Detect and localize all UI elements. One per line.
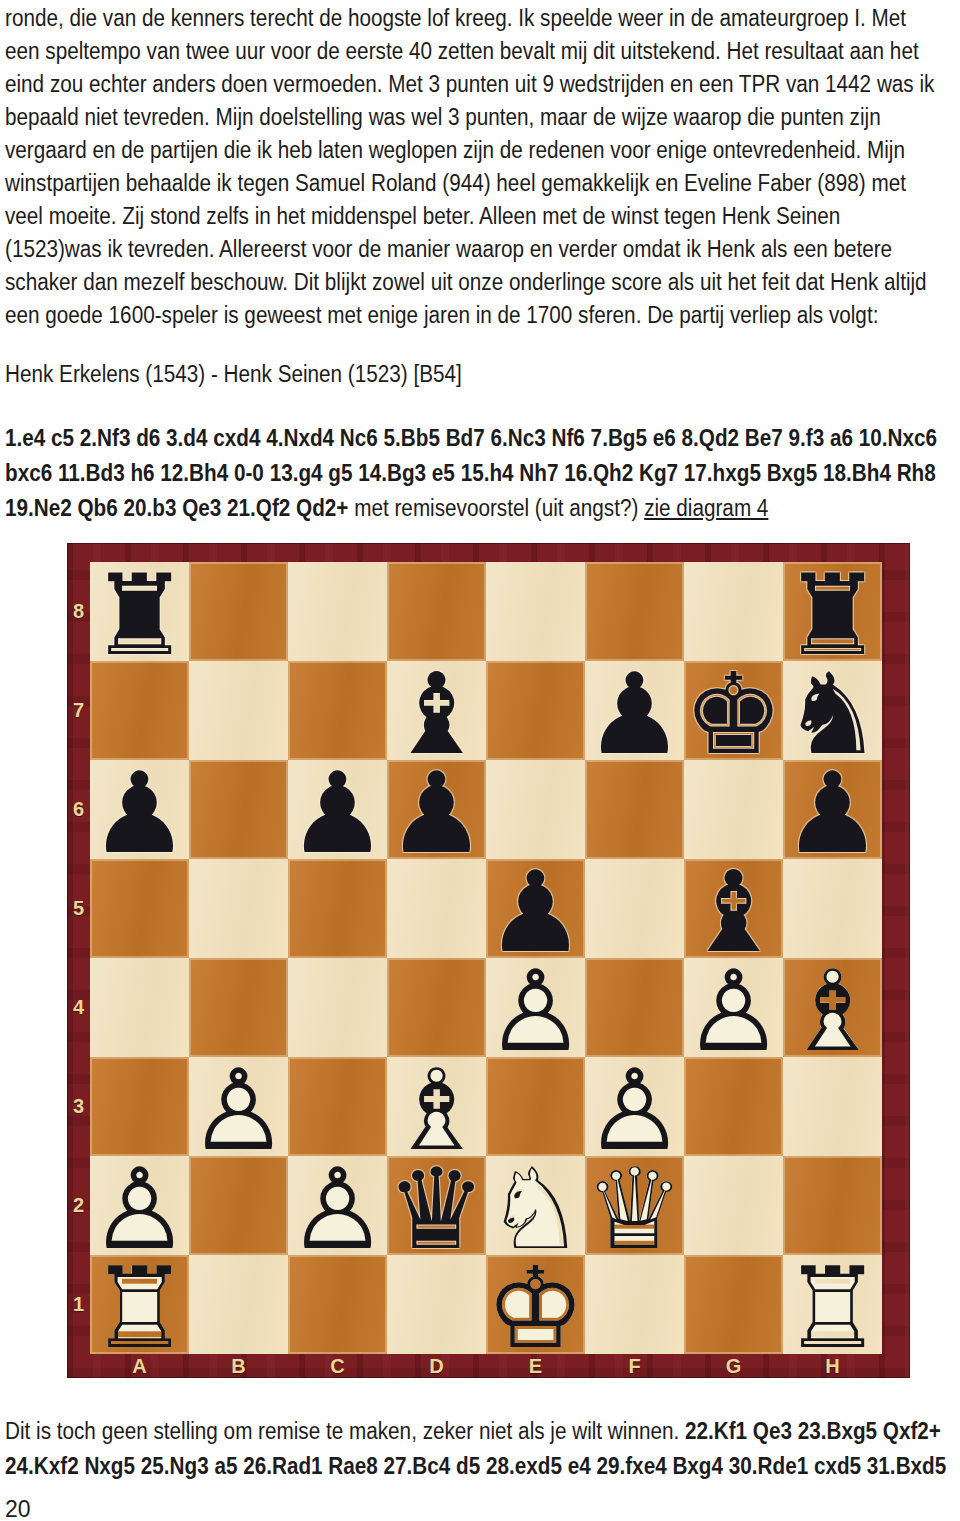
black-piece-glyph: ♜ <box>90 565 189 664</box>
move-text: bxc6 11.Bd3 h6 12.Bh4 0-0 13.g4 g5 14.Bg… <box>5 460 936 486</box>
square-c8 <box>288 562 387 661</box>
piece-black-bishop: ♝ <box>684 859 783 958</box>
square-g4: ♟♙ <box>684 958 783 1057</box>
square-a2: ♟♙ <box>90 1156 189 1255</box>
text-line: veel moeite. Zij stond zelfs in het midd… <box>5 200 860 233</box>
file-label-a: A <box>90 1354 189 1378</box>
piece-black-rook: ♜ <box>90 562 189 661</box>
square-d5 <box>387 859 486 958</box>
square-c5 <box>288 859 387 958</box>
white-piece-outline: ♖ <box>783 1258 882 1357</box>
square-d4 <box>387 958 486 1057</box>
square-h7: ♞ <box>783 661 882 760</box>
square-b5 <box>189 859 288 958</box>
body-text: bepaald niet tevreden. Mijn doelstelling… <box>5 104 881 130</box>
square-d1 <box>387 1255 486 1354</box>
piece-black-pawn: ♟ <box>288 760 387 859</box>
black-piece-glyph: ♚ <box>684 664 783 763</box>
piece-black-king: ♚ <box>684 661 783 760</box>
file-label-f: F <box>585 1354 684 1378</box>
square-e4: ♟♙ <box>486 958 585 1057</box>
file-label-h: H <box>783 1354 882 1378</box>
square-h6: ♟ <box>783 760 882 859</box>
rank-label-6: 6 <box>67 760 90 859</box>
move-text: 24.Kxf2 Nxg5 25.Ng3 a5 26.Rad1 Rae8 27.B… <box>5 1453 946 1479</box>
text-line: (1523)was ik tevreden. Allereerst voor d… <box>5 233 860 266</box>
square-a5 <box>90 859 189 958</box>
body-text: ronde, die van de kenners terecht de hoo… <box>5 5 906 31</box>
square-b8 <box>189 562 288 661</box>
piece-white-knight: ♞♘ <box>486 1156 585 1255</box>
square-f8 <box>585 562 684 661</box>
square-a7 <box>90 661 189 760</box>
body-text: vergaard en de partijen die ik heb laten… <box>5 137 905 163</box>
text-line: schaker dan mezelf beschouw. Dit blijkt … <box>5 266 860 299</box>
rank-label-3: 3 <box>67 1057 90 1156</box>
piece-white-bishop: ♝♗ <box>387 1057 486 1156</box>
rank-label-7: 7 <box>67 661 90 760</box>
piece-white-pawn: ♟♙ <box>189 1057 288 1156</box>
white-piece-outline: ♙ <box>684 961 783 1060</box>
text-line: 24.Kxf2 Nxg5 25.Ng3 a5 26.Rad1 Rae8 27.B… <box>5 1449 860 1484</box>
piece-white-pawn: ♟♙ <box>486 958 585 1057</box>
white-piece-outline: ♙ <box>189 1060 288 1159</box>
page-number: 20 <box>5 1498 955 1521</box>
black-piece-glyph: ♟ <box>90 763 189 862</box>
square-f4 <box>585 958 684 1057</box>
body-text: met remisevoorstel (uit angst?) <box>354 495 644 521</box>
piece-black-queen: ♛ <box>387 1156 486 1255</box>
text-line: een goede 1600-speler is geweest met eni… <box>5 299 860 332</box>
body-text: een goede 1600-speler is geweest met eni… <box>5 302 878 328</box>
black-piece-glyph: ♛ <box>387 1159 486 1258</box>
file-label-d: D <box>387 1354 486 1378</box>
square-h5 <box>783 859 882 958</box>
board-grid: ♜♜♝♟♚♞♟♟♟♟♟♝♟♙♟♙♝♗♟♙♝♗♟♙♟♙♟♙♛♞♘♛♕♜♖♚♔♜♖ <box>90 562 882 1354</box>
square-e7 <box>486 661 585 760</box>
closing-paragraph: Dit is toch geen stelling om remise te m… <box>5 1414 955 1484</box>
square-b2 <box>189 1156 288 1255</box>
piece-black-knight: ♞ <box>783 661 882 760</box>
square-d3: ♝♗ <box>387 1057 486 1156</box>
square-f6 <box>585 760 684 859</box>
square-a4 <box>90 958 189 1057</box>
square-b4 <box>189 958 288 1057</box>
black-piece-glyph: ♟ <box>585 664 684 763</box>
document-page: ronde, die van de kenners terecht de hoo… <box>5 2 955 1521</box>
piece-black-pawn: ♟ <box>585 661 684 760</box>
text-line: 1.e4 c5 2.Nf3 d6 3.d4 cxd4 4.Nxd4 Nc6 5.… <box>5 421 860 456</box>
square-c6: ♟ <box>288 760 387 859</box>
square-g1 <box>684 1255 783 1354</box>
move-text: 1.e4 c5 2.Nf3 d6 3.d4 cxd4 4.Nxd4 Nc6 5.… <box>5 425 937 451</box>
white-piece-outline: ♖ <box>90 1258 189 1357</box>
intro-paragraph: ronde, die van de kenners terecht de hoo… <box>5 2 955 332</box>
piece-black-pawn: ♟ <box>387 760 486 859</box>
body-text: veel moeite. Zij stond zelfs in het midd… <box>5 203 840 229</box>
square-a8: ♜ <box>90 562 189 661</box>
square-f1 <box>585 1255 684 1354</box>
square-c1 <box>288 1255 387 1354</box>
square-h1: ♜♖ <box>783 1255 882 1354</box>
square-e2: ♞♘ <box>486 1156 585 1255</box>
file-label-b: B <box>189 1354 288 1378</box>
white-piece-outline: ♗ <box>783 961 882 1060</box>
white-piece-outline: ♙ <box>486 961 585 1060</box>
piece-white-rook: ♜♖ <box>783 1255 882 1354</box>
rank-label-4: 4 <box>67 958 90 1057</box>
square-e8 <box>486 562 585 661</box>
square-f5 <box>585 859 684 958</box>
black-piece-glyph: ♟ <box>288 763 387 862</box>
square-a3 <box>90 1057 189 1156</box>
square-h8: ♜ <box>783 562 882 661</box>
square-e3 <box>486 1057 585 1156</box>
body-text: eind zou echter anders doen vermoeden. M… <box>5 71 934 97</box>
piece-white-pawn: ♟♙ <box>585 1057 684 1156</box>
piece-white-bishop: ♝♗ <box>783 958 882 1057</box>
move-text: 22.Kf1 Qe3 23.Bxg5 Qxf2+ <box>685 1418 941 1444</box>
square-b6 <box>189 760 288 859</box>
piece-white-queen: ♛♕ <box>585 1156 684 1255</box>
rank-label-5: 5 <box>67 859 90 958</box>
text-line: een speltempo van twee uur voor de eerst… <box>5 35 860 68</box>
file-label-e: E <box>486 1354 585 1378</box>
square-a6: ♟ <box>90 760 189 859</box>
body-text: (1523)was ik tevreden. Allereerst voor d… <box>5 236 892 262</box>
text-line: bepaald niet tevreden. Mijn doelstelling… <box>5 101 860 134</box>
square-b7 <box>189 661 288 760</box>
square-d6: ♟ <box>387 760 486 859</box>
square-e6 <box>486 760 585 859</box>
square-f7: ♟ <box>585 661 684 760</box>
piece-black-rook: ♜ <box>783 562 882 661</box>
square-c4 <box>288 958 387 1057</box>
square-g7: ♚ <box>684 661 783 760</box>
text-line: winstpartijen behaalde ik tegen Samuel R… <box>5 167 860 200</box>
square-c2: ♟♙ <box>288 1156 387 1255</box>
body-text: een speltempo van twee uur voor de eerst… <box>5 38 919 64</box>
square-h2 <box>783 1156 882 1255</box>
file-label-g: G <box>684 1354 783 1378</box>
file-label-c: C <box>288 1354 387 1378</box>
square-b3: ♟♙ <box>189 1057 288 1156</box>
piece-white-pawn: ♟♙ <box>90 1156 189 1255</box>
move-text: 19.Ne2 Qb6 20.b3 Qe3 21.Qf2 Qd2+ <box>5 495 354 521</box>
square-g6 <box>684 760 783 859</box>
game-header: Henk Erkelens (1543) - Henk Seinen (1523… <box>5 358 860 391</box>
black-piece-glyph: ♟ <box>387 763 486 862</box>
square-c7 <box>288 661 387 760</box>
body-text: winstpartijen behaalde ik tegen Samuel R… <box>5 170 906 196</box>
text-line: 19.Ne2 Qb6 20.b3 Qe3 21.Qf2 Qd2+ met rem… <box>5 491 860 526</box>
body-text: Dit is toch geen stelling om remise te m… <box>5 1418 685 1444</box>
text-line: ronde, die van de kenners terecht de hoo… <box>5 2 860 35</box>
rank-label-8: 8 <box>67 562 90 661</box>
square-d8 <box>387 562 486 661</box>
piece-black-bishop: ♝ <box>387 661 486 760</box>
square-b1 <box>189 1255 288 1354</box>
diagram-reference: zie diagram 4 <box>644 495 768 521</box>
piece-white-king: ♚♔ <box>486 1255 585 1354</box>
white-piece-outline: ♙ <box>288 1159 387 1258</box>
chess-board: ♜♜♝♟♚♞♟♟♟♟♟♝♟♙♟♙♝♗♟♙♝♗♟♙♟♙♟♙♛♞♘♛♕♜♖♚♔♜♖ … <box>67 543 910 1378</box>
text-line: Dit is toch geen stelling om remise te m… <box>5 1414 860 1449</box>
moves-paragraph: 1.e4 c5 2.Nf3 d6 3.d4 cxd4 4.Nxd4 Nc6 5.… <box>5 421 955 526</box>
square-g5: ♝ <box>684 859 783 958</box>
text-line: vergaard en de partijen die ik heb laten… <box>5 134 860 167</box>
text-line: bxc6 11.Bd3 h6 12.Bh4 0-0 13.g4 g5 14.Bg… <box>5 456 860 491</box>
body-text: schaker dan mezelf beschouw. Dit blijkt … <box>5 269 927 295</box>
square-f3: ♟♙ <box>585 1057 684 1156</box>
piece-white-rook: ♜♖ <box>90 1255 189 1354</box>
rank-label-2: 2 <box>67 1156 90 1255</box>
white-piece-outline: ♕ <box>585 1159 684 1258</box>
square-g2 <box>684 1156 783 1255</box>
white-piece-outline: ♔ <box>486 1258 585 1357</box>
square-h3 <box>783 1057 882 1156</box>
square-e1: ♚♔ <box>486 1255 585 1354</box>
piece-white-pawn: ♟♙ <box>684 958 783 1057</box>
square-h4: ♝♗ <box>783 958 882 1057</box>
black-piece-glyph: ♟ <box>783 763 882 862</box>
piece-black-pawn: ♟ <box>783 760 882 859</box>
square-g3 <box>684 1057 783 1156</box>
rank-label-1: 1 <box>67 1255 90 1354</box>
square-d2: ♛ <box>387 1156 486 1255</box>
piece-black-pawn: ♟ <box>486 859 585 958</box>
piece-black-pawn: ♟ <box>90 760 189 859</box>
square-g8 <box>684 562 783 661</box>
text-line: eind zou echter anders doen vermoeden. M… <box>5 68 860 101</box>
square-e5: ♟ <box>486 859 585 958</box>
square-a1: ♜♖ <box>90 1255 189 1354</box>
square-f2: ♛♕ <box>585 1156 684 1255</box>
square-d7: ♝ <box>387 661 486 760</box>
square-c3 <box>288 1057 387 1156</box>
piece-white-pawn: ♟♙ <box>288 1156 387 1255</box>
